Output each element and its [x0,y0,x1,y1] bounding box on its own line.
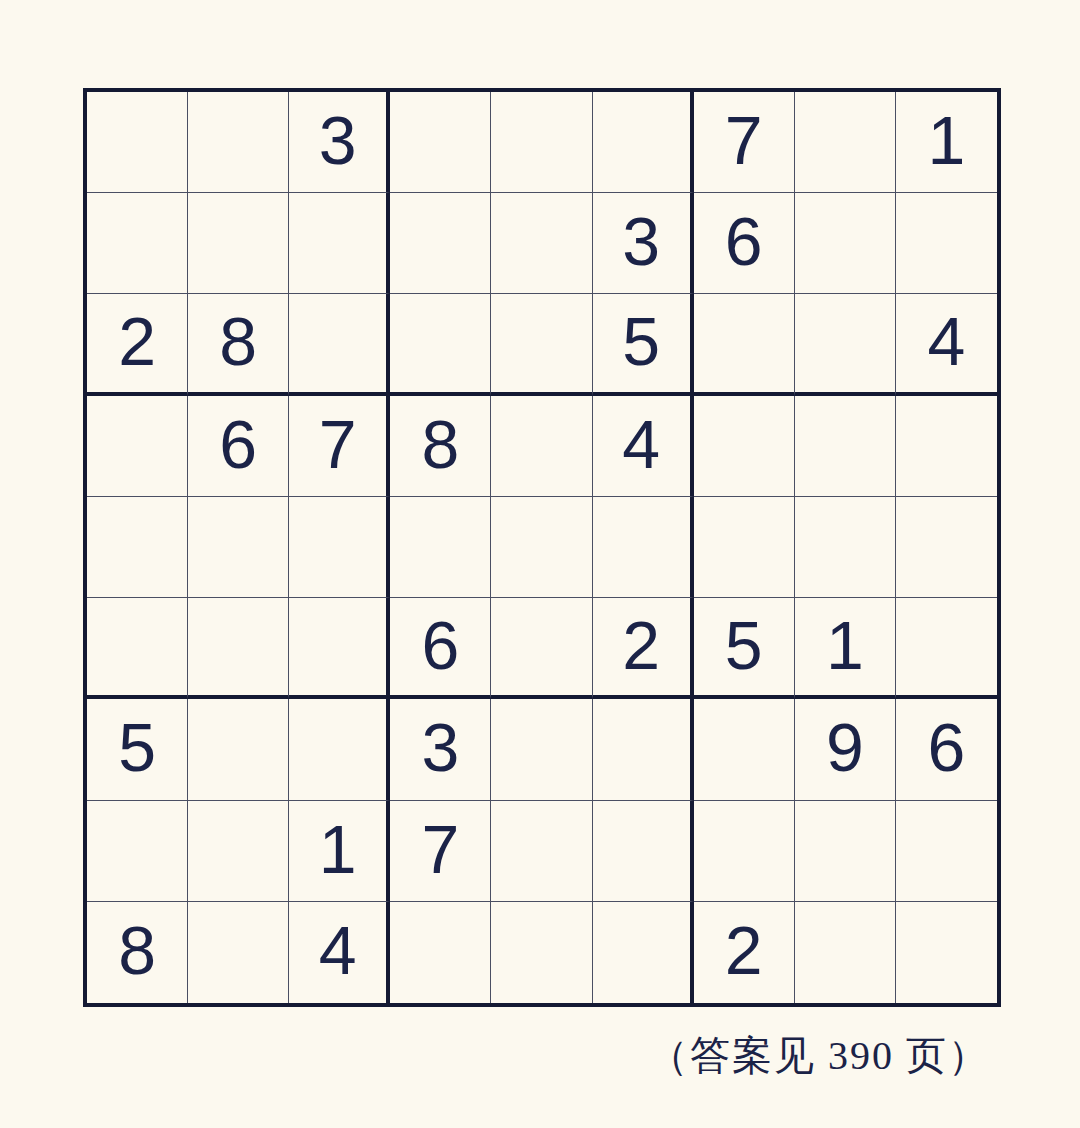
cell-r9c3: 4 [289,902,390,1003]
cell-r4c4: 8 [390,396,491,497]
cell-r1c8 [795,92,896,193]
cell-r4c1 [87,396,188,497]
cell-r1c5 [491,92,592,193]
cell-r2c7: 6 [694,193,795,294]
cell-r7c8: 9 [795,699,896,800]
cell-r1c7: 7 [694,92,795,193]
cell-r5c8 [795,497,896,598]
cell-r2c6: 3 [593,193,694,294]
cell-r5c9 [896,497,997,598]
cell-r4c2: 6 [188,396,289,497]
cell-r6c7: 5 [694,598,795,699]
cell-r3c5 [491,294,592,395]
cell-r7c1: 5 [87,699,188,800]
cell-r7c9: 6 [896,699,997,800]
cell-r9c9 [896,902,997,1003]
cell-r5c7 [694,497,795,598]
cell-r1c4 [390,92,491,193]
cell-r9c1: 8 [87,902,188,1003]
cell-r1c2 [188,92,289,193]
cell-r7c2 [188,699,289,800]
cell-r1c6 [593,92,694,193]
cell-r4c5 [491,396,592,497]
cell-r3c2: 8 [188,294,289,395]
cell-r8c6 [593,801,694,902]
cell-r2c5 [491,193,592,294]
cell-r8c8 [795,801,896,902]
cell-r9c8 [795,902,896,1003]
cell-r6c5 [491,598,592,699]
cell-r3c6: 5 [593,294,694,395]
cell-r6c8: 1 [795,598,896,699]
cell-r1c3: 3 [289,92,390,193]
sudoku-board: 37136285467846251539617842 [83,88,1001,1007]
cell-r8c2 [188,801,289,902]
cell-r5c4 [390,497,491,598]
cell-r5c5 [491,497,592,598]
cell-r6c6: 2 [593,598,694,699]
cell-r7c5 [491,699,592,800]
cell-r4c9 [896,396,997,497]
cell-r5c1 [87,497,188,598]
cell-r6c2 [188,598,289,699]
cell-r9c7: 2 [694,902,795,1003]
cell-r5c6 [593,497,694,598]
cell-r5c3 [289,497,390,598]
cell-r8c7 [694,801,795,902]
cell-r7c4: 3 [390,699,491,800]
cell-r3c7 [694,294,795,395]
cell-r3c9: 4 [896,294,997,395]
cell-r4c6: 4 [593,396,694,497]
cell-r7c7 [694,699,795,800]
cell-r4c8 [795,396,896,497]
cell-r9c6 [593,902,694,1003]
cell-r2c2 [188,193,289,294]
cell-r8c9 [896,801,997,902]
cell-r6c9 [896,598,997,699]
cell-r3c3 [289,294,390,395]
answer-page-caption: （答案见 390 页） [648,1028,990,1083]
cell-r7c6 [593,699,694,800]
cell-r3c8 [795,294,896,395]
cell-r8c1 [87,801,188,902]
cell-r2c3 [289,193,390,294]
cell-r8c4: 7 [390,801,491,902]
cell-r1c1 [87,92,188,193]
cell-r4c3: 7 [289,396,390,497]
cell-r6c4: 6 [390,598,491,699]
cell-r4c7 [694,396,795,497]
cell-r9c4 [390,902,491,1003]
cell-r3c1: 2 [87,294,188,395]
cell-r2c1 [87,193,188,294]
cell-r9c5 [491,902,592,1003]
cell-r2c8 [795,193,896,294]
cell-r8c5 [491,801,592,902]
cell-r3c4 [390,294,491,395]
cell-r6c3 [289,598,390,699]
cell-r1c9: 1 [896,92,997,193]
cell-r6c1 [87,598,188,699]
cell-r5c2 [188,497,289,598]
cell-r7c3 [289,699,390,800]
cell-r2c4 [390,193,491,294]
cell-r2c9 [896,193,997,294]
cell-r9c2 [188,902,289,1003]
cell-r8c3: 1 [289,801,390,902]
